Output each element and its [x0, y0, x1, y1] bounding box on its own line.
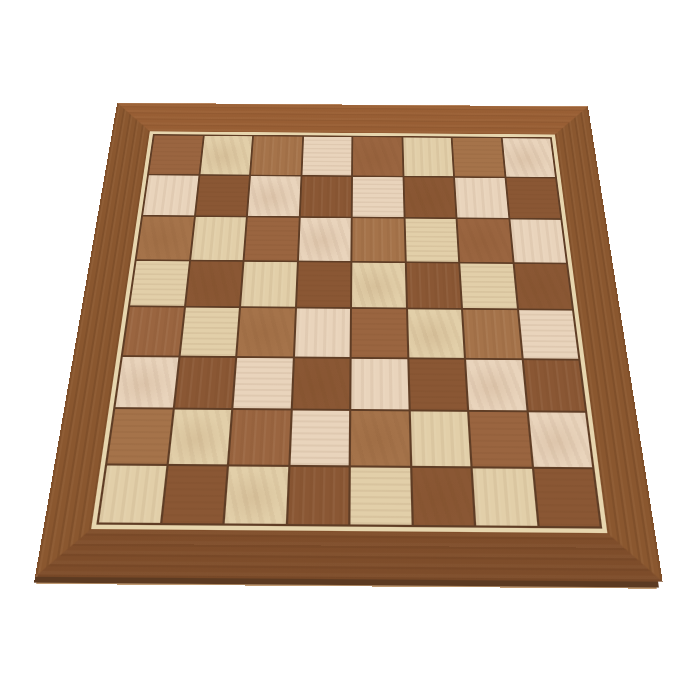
square [137, 217, 194, 260]
square [403, 137, 453, 175]
square [455, 177, 508, 218]
square [409, 359, 467, 410]
square [123, 307, 183, 355]
square [186, 261, 243, 306]
square [528, 412, 592, 466]
square [406, 263, 461, 308]
square [534, 468, 600, 526]
square [302, 137, 351, 175]
square [300, 176, 351, 217]
square [149, 136, 202, 174]
square [352, 309, 407, 357]
square [292, 358, 349, 409]
square [510, 219, 566, 262]
square [241, 261, 296, 306]
square [352, 218, 404, 261]
square [116, 357, 178, 408]
square [460, 263, 516, 308]
square [514, 264, 572, 309]
square [233, 357, 292, 408]
product-photo-scene [0, 0, 700, 700]
square [458, 219, 513, 262]
square [523, 360, 585, 411]
square [288, 466, 349, 524]
square [404, 177, 456, 218]
square [200, 136, 252, 174]
square [143, 175, 198, 215]
square [350, 467, 411, 525]
square [162, 465, 227, 523]
square [519, 310, 579, 358]
square [237, 308, 294, 356]
square [502, 138, 555, 176]
square [412, 467, 474, 525]
square [353, 177, 403, 218]
square [408, 309, 464, 357]
square [290, 410, 349, 464]
chess-board [35, 103, 663, 582]
square [473, 468, 537, 526]
square [351, 411, 410, 465]
square [353, 137, 402, 175]
square [99, 465, 166, 523]
square [405, 219, 458, 262]
square [466, 359, 526, 410]
square [174, 357, 235, 408]
square [168, 410, 231, 464]
square [107, 409, 172, 463]
square [180, 308, 239, 356]
square [225, 466, 288, 524]
square [351, 358, 408, 409]
square [463, 310, 521, 358]
square [506, 178, 560, 219]
square [294, 308, 349, 356]
square [191, 217, 246, 260]
square [130, 261, 188, 306]
square [248, 176, 300, 216]
square [453, 138, 504, 176]
playing-field [91, 131, 607, 533]
square [196, 175, 250, 215]
square [297, 262, 351, 307]
square [298, 218, 350, 261]
square [245, 217, 299, 260]
square [410, 411, 470, 465]
square [251, 136, 302, 174]
square [469, 412, 531, 466]
square [352, 262, 405, 307]
square [229, 410, 290, 464]
